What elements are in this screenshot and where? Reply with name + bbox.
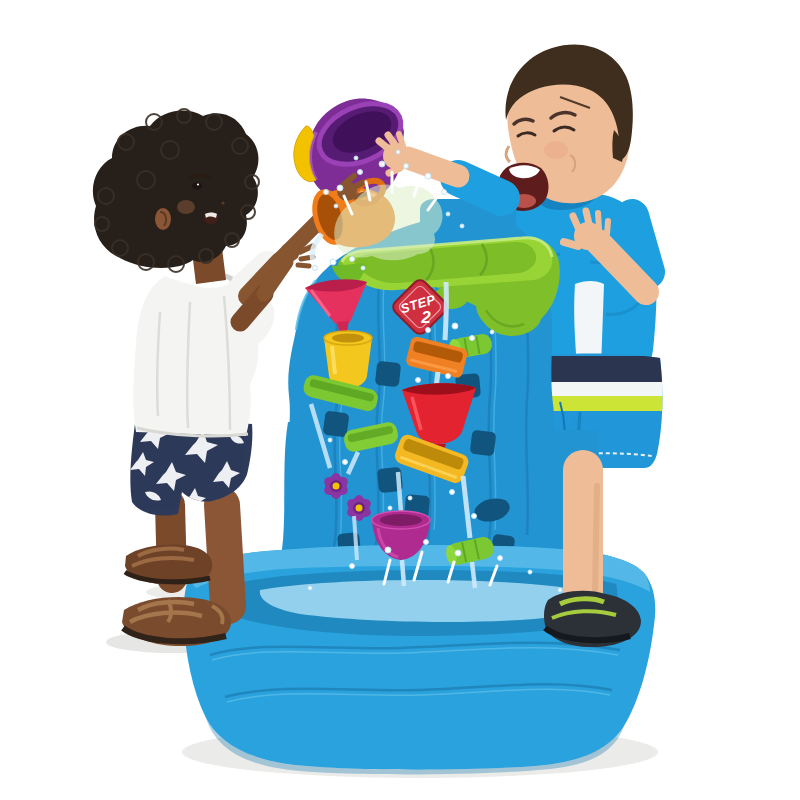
water-stream xyxy=(472,562,475,588)
toddler-ear xyxy=(155,208,171,230)
toddler-front-leg xyxy=(222,505,228,606)
toddler-sandal-back xyxy=(125,544,212,585)
water-stream xyxy=(402,560,404,586)
photo-canvas: STEP 2 xyxy=(0,0,800,800)
toddler-eye xyxy=(192,182,202,189)
cup-pour-stream xyxy=(312,234,322,260)
wall-hole xyxy=(470,430,497,457)
badge-text-two: 2 xyxy=(420,308,431,327)
wall-hole xyxy=(322,410,349,437)
boy-head xyxy=(499,44,633,211)
boy-nose xyxy=(506,146,510,162)
wall-hole xyxy=(375,361,401,387)
water-stream xyxy=(398,472,401,512)
toddler-hair xyxy=(93,111,259,268)
toddler-nostril xyxy=(221,201,224,204)
toddler-head xyxy=(93,109,259,272)
toddler-sandal-front xyxy=(122,597,231,646)
water-stream xyxy=(445,282,446,340)
product-photo: STEP 2 xyxy=(0,0,800,800)
